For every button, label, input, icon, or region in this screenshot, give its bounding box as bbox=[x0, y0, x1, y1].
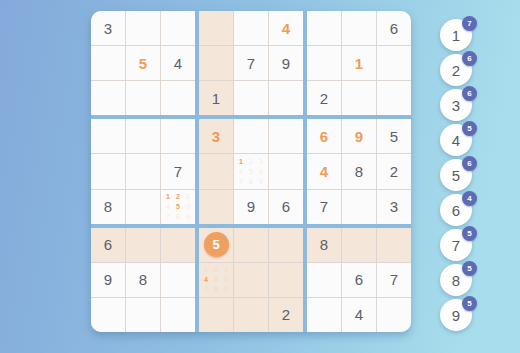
cell-r6c5[interactable]: 9 bbox=[234, 190, 268, 224]
given-digit: 8 bbox=[320, 236, 328, 253]
user-digit: 1 bbox=[355, 55, 363, 72]
pencil-mark-2: 2 bbox=[211, 266, 221, 273]
cell-r6c4[interactable] bbox=[199, 190, 233, 224]
given-digit: 6 bbox=[104, 236, 112, 253]
cell-r5c6[interactable] bbox=[269, 154, 303, 188]
cell-r4c3[interactable] bbox=[161, 119, 195, 153]
cell-r8c3[interactable] bbox=[161, 263, 195, 297]
pencil-mark-7: 7 bbox=[236, 178, 246, 185]
cell-r9c6[interactable]: 2 bbox=[269, 298, 303, 332]
box-4: 78123456789 bbox=[91, 119, 195, 223]
cell-r1c8[interactable] bbox=[342, 11, 376, 45]
cell-r4c2[interactable] bbox=[126, 119, 160, 153]
pencil-mark-8: 8 bbox=[246, 178, 256, 185]
given-digit: 4 bbox=[174, 55, 182, 72]
cell-r2c4[interactable] bbox=[199, 46, 233, 80]
cell-r8c9[interactable]: 7 bbox=[377, 263, 411, 297]
remaining-badge: 6 bbox=[462, 51, 477, 66]
remaining-badge: 5 bbox=[462, 226, 477, 241]
pencil-mark-3: 3 bbox=[183, 193, 193, 200]
cell-r8c4[interactable]: 123456789 bbox=[199, 263, 233, 297]
cell-r7c3[interactable] bbox=[161, 228, 195, 262]
cell-r8c2[interactable]: 8 bbox=[126, 263, 160, 297]
cell-r1c6[interactable]: 4 bbox=[269, 11, 303, 45]
number-button-3[interactable]: 36 bbox=[440, 89, 472, 121]
pencil-mark-3: 3 bbox=[221, 266, 231, 273]
cell-r6c2[interactable] bbox=[126, 190, 160, 224]
user-digit: 5 bbox=[139, 55, 147, 72]
pencil-mark-2: 2 bbox=[246, 158, 256, 165]
pencil-mark-9: 9 bbox=[256, 178, 266, 185]
number-button-label: 9 bbox=[452, 307, 460, 324]
cell-r3c3[interactable] bbox=[161, 81, 195, 115]
given-digit: 6 bbox=[355, 271, 363, 288]
cell-r7c8[interactable] bbox=[342, 228, 376, 262]
cell-r6c3[interactable]: 123456789 bbox=[161, 190, 195, 224]
given-digit: 8 bbox=[355, 163, 363, 180]
number-button-9[interactable]: 95 bbox=[440, 299, 472, 331]
cell-r7c6[interactable] bbox=[269, 228, 303, 262]
pencil-mark-1: 1 bbox=[236, 158, 246, 165]
cell-r5c4[interactable] bbox=[199, 154, 233, 188]
given-digit: 7 bbox=[247, 55, 255, 72]
cell-r4c6[interactable] bbox=[269, 119, 303, 153]
pencil-mark-5: 5 bbox=[173, 203, 183, 210]
cell-r1c4[interactable] bbox=[199, 11, 233, 45]
pencil-mark-9: 9 bbox=[221, 286, 231, 293]
box-6: 69548273 bbox=[307, 119, 411, 223]
cell-r1c9[interactable]: 6 bbox=[377, 11, 411, 45]
given-digit: 2 bbox=[282, 306, 290, 323]
pencil-mark-5: 5 bbox=[246, 168, 256, 175]
pencil-mark-7: 7 bbox=[163, 213, 173, 220]
cell-r2c7[interactable] bbox=[307, 46, 341, 80]
number-button-2[interactable]: 26 bbox=[440, 54, 472, 86]
cell-r4c7[interactable]: 6 bbox=[307, 119, 341, 153]
cell-r7c9[interactable] bbox=[377, 228, 411, 262]
cell-r8c6[interactable] bbox=[269, 263, 303, 297]
user-digit: 4 bbox=[282, 20, 290, 37]
box-7: 698 bbox=[91, 228, 195, 332]
cell-r2c1[interactable] bbox=[91, 46, 125, 80]
pencil-mark-1: 1 bbox=[201, 266, 211, 273]
number-button-label: 1 bbox=[452, 27, 460, 44]
given-digit: 8 bbox=[139, 271, 147, 288]
given-digit: 7 bbox=[390, 271, 398, 288]
cell-r5c7[interactable]: 4 bbox=[307, 154, 341, 188]
cell-r6c9[interactable]: 3 bbox=[377, 190, 411, 224]
given-digit: 3 bbox=[104, 20, 112, 37]
cell-r8c5[interactable] bbox=[234, 263, 268, 297]
pencil-mark-4: 4 bbox=[163, 203, 173, 210]
number-button-label: 7 bbox=[452, 237, 460, 254]
given-digit: 7 bbox=[174, 163, 182, 180]
pencil-mark-4: 4 bbox=[236, 168, 246, 175]
cell-r2c6[interactable]: 9 bbox=[269, 46, 303, 80]
cell-r4c4[interactable]: 3 bbox=[199, 119, 233, 153]
cell-r3c9[interactable] bbox=[377, 81, 411, 115]
cell-r7c1[interactable]: 6 bbox=[91, 228, 125, 262]
cell-r2c9[interactable] bbox=[377, 46, 411, 80]
cell-r8c8[interactable]: 6 bbox=[342, 263, 376, 297]
cell-r7c5[interactable] bbox=[234, 228, 268, 262]
cell-r2c2[interactable]: 5 bbox=[126, 46, 160, 80]
given-digit: 9 bbox=[247, 198, 255, 215]
box-5: 312345678996 bbox=[199, 119, 303, 223]
pencil-mark-6: 6 bbox=[221, 276, 231, 283]
cell-r9c9[interactable] bbox=[377, 298, 411, 332]
cell-r5c5[interactable]: 123456789 bbox=[234, 154, 268, 188]
number-button-1[interactable]: 17 bbox=[440, 19, 472, 51]
selected-value-circle: 5 bbox=[204, 232, 229, 257]
cell-r9c5[interactable] bbox=[234, 298, 268, 332]
selected-cell[interactable]: 5 bbox=[199, 228, 233, 262]
cell-r3c7[interactable]: 2 bbox=[307, 81, 341, 115]
pencil-mark-4: 4 bbox=[201, 276, 211, 283]
remaining-badge: 6 bbox=[462, 156, 477, 171]
cell-r5c2[interactable] bbox=[126, 154, 160, 188]
remaining-badge: 6 bbox=[462, 86, 477, 101]
cell-r5c1[interactable] bbox=[91, 154, 125, 188]
box-9: 8674 bbox=[307, 228, 411, 332]
given-digit: 9 bbox=[282, 55, 290, 72]
sudoku-board: 3544791612781234567893123456789966954827… bbox=[91, 11, 411, 332]
cell-r9c3[interactable] bbox=[161, 298, 195, 332]
cell-r8c1[interactable]: 9 bbox=[91, 263, 125, 297]
remaining-badge: 7 bbox=[462, 16, 477, 31]
cell-r6c7[interactable]: 7 bbox=[307, 190, 341, 224]
cell-r3c8[interactable] bbox=[342, 81, 376, 115]
box-2: 4791 bbox=[199, 11, 303, 115]
given-digit: 5 bbox=[390, 128, 398, 145]
user-digit: 9 bbox=[355, 128, 363, 145]
user-digit: 6 bbox=[320, 128, 328, 145]
cell-r9c4[interactable] bbox=[199, 298, 233, 332]
number-pad: 172636455664758595 bbox=[440, 19, 472, 331]
remaining-badge: 5 bbox=[462, 121, 477, 136]
cell-r2c5[interactable]: 7 bbox=[234, 46, 268, 80]
cell-r9c2[interactable] bbox=[126, 298, 160, 332]
pencil-mark-5: 5 bbox=[211, 276, 221, 283]
cell-r6c1[interactable]: 8 bbox=[91, 190, 125, 224]
number-button-label: 2 bbox=[452, 62, 460, 79]
cell-r9c1[interactable] bbox=[91, 298, 125, 332]
box-1: 354 bbox=[91, 11, 195, 115]
cell-r1c2[interactable] bbox=[126, 11, 160, 45]
given-digit: 7 bbox=[320, 198, 328, 215]
cell-r1c7[interactable] bbox=[307, 11, 341, 45]
pencil-mark-3: 3 bbox=[256, 158, 266, 165]
number-button-label: 3 bbox=[452, 97, 460, 114]
number-button-4[interactable]: 45 bbox=[440, 124, 472, 156]
cell-r3c6[interactable] bbox=[269, 81, 303, 115]
number-button-label: 6 bbox=[452, 202, 460, 219]
given-digit: 9 bbox=[104, 271, 112, 288]
remaining-badge: 5 bbox=[462, 261, 477, 276]
cell-r1c3[interactable] bbox=[161, 11, 195, 45]
cell-r1c1[interactable]: 3 bbox=[91, 11, 125, 45]
cell-r4c8[interactable]: 9 bbox=[342, 119, 376, 153]
cell-r4c1[interactable] bbox=[91, 119, 125, 153]
given-digit: 6 bbox=[282, 198, 290, 215]
cell-r9c8[interactable]: 4 bbox=[342, 298, 376, 332]
pencil-mark-7: 7 bbox=[201, 286, 211, 293]
remaining-badge: 5 bbox=[462, 296, 477, 311]
given-digit: 2 bbox=[390, 163, 398, 180]
cell-r5c8[interactable]: 8 bbox=[342, 154, 376, 188]
remaining-badge: 4 bbox=[462, 191, 477, 206]
pencil-mark-9: 9 bbox=[183, 213, 193, 220]
number-button-label: 8 bbox=[452, 272, 460, 289]
cell-r3c5[interactable] bbox=[234, 81, 268, 115]
number-button-label: 4 bbox=[452, 132, 460, 149]
number-button-7[interactable]: 75 bbox=[440, 229, 472, 261]
user-digit: 4 bbox=[320, 163, 328, 180]
cell-r3c1[interactable] bbox=[91, 81, 125, 115]
given-digit: 1 bbox=[212, 90, 220, 107]
box-3: 612 bbox=[307, 11, 411, 115]
given-digit: 6 bbox=[390, 20, 398, 37]
pencil-mark-6: 6 bbox=[183, 203, 193, 210]
cell-r1c5[interactable] bbox=[234, 11, 268, 45]
cell-r8c7[interactable] bbox=[307, 263, 341, 297]
number-button-label: 5 bbox=[452, 167, 460, 184]
given-digit: 8 bbox=[104, 198, 112, 215]
pencil-mark-1: 1 bbox=[163, 193, 173, 200]
number-button-6[interactable]: 64 bbox=[440, 194, 472, 226]
given-digit: 2 bbox=[320, 90, 328, 107]
pencil-mark-8: 8 bbox=[173, 213, 183, 220]
cell-r5c9[interactable]: 2 bbox=[377, 154, 411, 188]
cell-r7c7[interactable]: 8 bbox=[307, 228, 341, 262]
cell-r4c5[interactable] bbox=[234, 119, 268, 153]
app-background: 3544791612781234567893123456789966954827… bbox=[0, 0, 520, 353]
cell-r5c3[interactable]: 7 bbox=[161, 154, 195, 188]
cell-r6c8[interactable] bbox=[342, 190, 376, 224]
user-digit: 3 bbox=[212, 128, 220, 145]
cell-r3c4[interactable]: 1 bbox=[199, 81, 233, 115]
cell-r2c8[interactable]: 1 bbox=[342, 46, 376, 80]
number-button-8[interactable]: 85 bbox=[440, 264, 472, 296]
number-button-5[interactable]: 56 bbox=[440, 159, 472, 191]
box-8: 51234567892 bbox=[199, 228, 303, 332]
cell-r7c2[interactable] bbox=[126, 228, 160, 262]
given-digit: 3 bbox=[390, 198, 398, 215]
pencil-mark-8: 8 bbox=[211, 286, 221, 293]
pencil-mark-6: 6 bbox=[256, 168, 266, 175]
given-digit: 4 bbox=[355, 306, 363, 323]
pencil-mark-2: 2 bbox=[173, 193, 183, 200]
cell-r2c3[interactable]: 4 bbox=[161, 46, 195, 80]
cell-r9c7[interactable] bbox=[307, 298, 341, 332]
cell-r4c9[interactable]: 5 bbox=[377, 119, 411, 153]
cell-r6c6[interactable]: 6 bbox=[269, 190, 303, 224]
cell-r3c2[interactable] bbox=[126, 81, 160, 115]
